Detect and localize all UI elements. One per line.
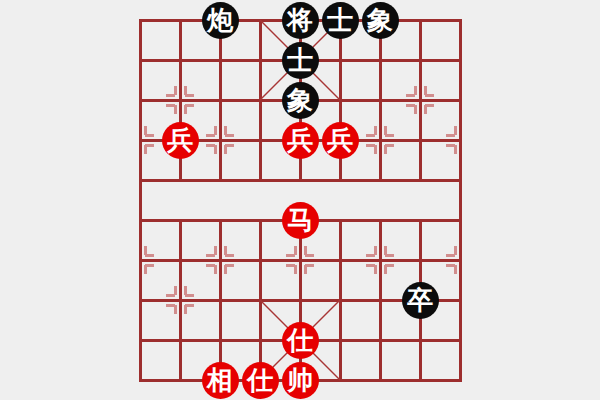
red-advisor[interactable]: 仕 bbox=[240, 360, 280, 400]
red-pawn[interactable]: 兵 bbox=[280, 120, 320, 160]
piece-glyph: 仕 bbox=[242, 362, 279, 399]
red-advisor[interactable]: 仕 bbox=[280, 320, 320, 360]
piece-glyph: 炮 bbox=[202, 2, 239, 39]
xiangqi-board: 炮将士象士象卒兵兵兵马仕相仕帅 bbox=[120, 0, 480, 400]
black-cannon[interactable]: 炮 bbox=[200, 0, 240, 40]
black-pawn[interactable]: 卒 bbox=[400, 280, 440, 320]
red-pawn[interactable]: 兵 bbox=[160, 120, 200, 160]
black-general[interactable]: 将 bbox=[280, 0, 320, 40]
piece-glyph: 兵 bbox=[322, 122, 359, 159]
piece-glyph: 仕 bbox=[282, 322, 319, 359]
piece-glyph: 帅 bbox=[282, 362, 319, 399]
red-general[interactable]: 帅 bbox=[280, 360, 320, 400]
piece-glyph: 士 bbox=[282, 42, 319, 79]
black-advisor[interactable]: 士 bbox=[320, 0, 360, 40]
piece-glyph: 象 bbox=[362, 2, 399, 39]
red-pawn[interactable]: 兵 bbox=[320, 120, 360, 160]
piece-glyph: 士 bbox=[322, 2, 359, 39]
piece-glyph: 将 bbox=[282, 2, 319, 39]
black-advisor[interactable]: 士 bbox=[280, 40, 320, 80]
red-horse[interactable]: 马 bbox=[280, 200, 320, 240]
piece-glyph: 兵 bbox=[162, 122, 199, 159]
red-elephant[interactable]: 相 bbox=[200, 360, 240, 400]
piece-glyph: 兵 bbox=[282, 122, 319, 159]
black-elephant[interactable]: 象 bbox=[280, 80, 320, 120]
black-elephant[interactable]: 象 bbox=[360, 0, 400, 40]
piece-glyph: 相 bbox=[202, 362, 239, 399]
piece-glyph: 象 bbox=[282, 82, 319, 119]
piece-glyph: 马 bbox=[282, 202, 319, 239]
xiangqi-board-screenshot: 炮将士象士象卒兵兵兵马仕相仕帅 bbox=[0, 0, 600, 400]
piece-glyph: 卒 bbox=[402, 282, 439, 319]
